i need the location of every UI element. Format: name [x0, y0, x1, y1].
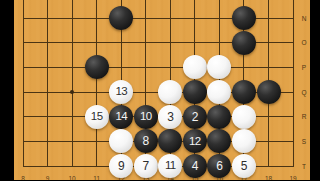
- row-label: S: [299, 138, 309, 145]
- row-label: Q: [299, 89, 309, 96]
- move-number: 15: [91, 111, 103, 123]
- move-number: 9: [118, 160, 124, 172]
- stone-white: 11: [158, 154, 182, 178]
- move-number: 14: [115, 111, 127, 123]
- stone-white: [232, 105, 256, 129]
- stone-black: 6: [207, 154, 231, 178]
- stone-black: [207, 105, 231, 129]
- move-number: 12: [189, 136, 201, 148]
- stone-black: [257, 80, 281, 104]
- star-point: [70, 90, 74, 94]
- stone-white: 13: [109, 80, 133, 104]
- stone-black: [232, 80, 256, 104]
- move-number: 2: [192, 111, 198, 123]
- move-number: 6: [216, 160, 222, 172]
- row-label: O: [299, 39, 309, 46]
- stone-white: [207, 55, 231, 79]
- letterbox-left: [0, 0, 14, 180]
- stone-black: 12: [183, 129, 207, 153]
- stone-black: 8: [134, 129, 158, 153]
- row-label: R: [299, 113, 309, 120]
- stone-white: [183, 55, 207, 79]
- stone-white: 15: [85, 105, 109, 129]
- move-number: 10: [140, 111, 152, 123]
- stone-white: [109, 129, 133, 153]
- stone-black: [232, 6, 256, 30]
- move-number: 11: [165, 160, 176, 172]
- stone-black: [232, 31, 256, 55]
- stone-black: 4: [183, 154, 207, 178]
- row-label: T: [299, 163, 309, 170]
- stone-white: 9: [109, 154, 133, 178]
- move-number: 8: [143, 135, 149, 147]
- go-board[interactable]: NOPQRST891011121314151617181913151410328…: [14, 0, 310, 180]
- move-number: 7: [143, 160, 149, 172]
- stone-black: [85, 55, 109, 79]
- stone-black: [109, 6, 133, 30]
- move-number: 5: [241, 160, 247, 172]
- stone-black: [183, 80, 207, 104]
- stone-white: [158, 80, 182, 104]
- col-label: 11: [91, 175, 103, 181]
- stone-white: 5: [232, 154, 256, 178]
- stone-black: 14: [109, 105, 133, 129]
- col-label: 18: [263, 175, 275, 181]
- col-label: 10: [66, 175, 78, 181]
- row-label: P: [299, 64, 309, 71]
- stone-white: 7: [134, 154, 158, 178]
- grid-line-horizontal: [23, 67, 294, 68]
- col-label: 9: [42, 175, 54, 181]
- move-number: 3: [167, 111, 173, 123]
- stone-black: [158, 129, 182, 153]
- row-label: N: [299, 15, 309, 22]
- move-number: 13: [115, 86, 127, 98]
- move-number: 4: [192, 160, 198, 172]
- stone-white: [207, 80, 231, 104]
- col-label: 8: [17, 175, 29, 181]
- stone-white: 3: [158, 105, 182, 129]
- col-label: 19: [287, 175, 299, 181]
- letterbox-right: [310, 0, 320, 180]
- screenshot-root: NOPQRST891011121314151617181913151410328…: [0, 0, 320, 180]
- stone-white: [232, 129, 256, 153]
- stone-black: [207, 129, 231, 153]
- stone-black: 10: [134, 105, 158, 129]
- stone-black: 2: [183, 105, 207, 129]
